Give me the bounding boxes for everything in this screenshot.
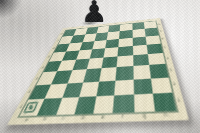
file-label-a-bottom: a <box>24 117 30 122</box>
square-h3[interactable] <box>149 64 169 78</box>
file-label-e-bottom: e <box>100 115 104 121</box>
square-f3[interactable] <box>116 66 133 80</box>
chess-board: ♞ aabbccddeeffgghh8877665544332211 <box>7 18 189 125</box>
square-e3[interactable] <box>99 67 117 81</box>
rank-label-1-right: 1 <box>176 98 181 103</box>
rank-label-7-right: 7 <box>159 30 162 32</box>
rank-label-4-right: 4 <box>166 56 170 59</box>
square-e2[interactable] <box>96 80 115 96</box>
square-f2[interactable] <box>115 79 134 95</box>
black-pawn[interactable]: ♟ <box>81 0 101 26</box>
square-h2[interactable] <box>150 77 172 93</box>
rank-label-6-right: 6 <box>161 38 164 40</box>
square-g2[interactable] <box>133 78 152 94</box>
file-label-f-bottom: f <box>122 114 124 120</box>
square-e1[interactable] <box>93 95 114 114</box>
square-g3[interactable] <box>133 65 151 79</box>
rank-label-2-right: 2 <box>172 82 176 86</box>
square-h1[interactable] <box>152 92 176 111</box>
square-f1[interactable] <box>113 94 133 113</box>
rank-label-3-right: 3 <box>169 68 173 72</box>
file-label-d-bottom: d <box>80 115 85 120</box>
table-surface: ♞ aabbccddeeffgghh8877665544332211 ♟ <box>0 0 200 133</box>
file-label-h-bottom: h <box>164 113 169 119</box>
file-label-g-bottom: g <box>142 113 146 119</box>
rank-label-8-right: 8 <box>158 23 161 25</box>
rank-label-5-right: 5 <box>163 46 166 49</box>
file-label-c-bottom: c <box>61 116 66 121</box>
board-grid <box>20 21 177 116</box>
square-g1[interactable] <box>133 93 154 112</box>
file-label-b-bottom: b <box>42 117 47 122</box>
